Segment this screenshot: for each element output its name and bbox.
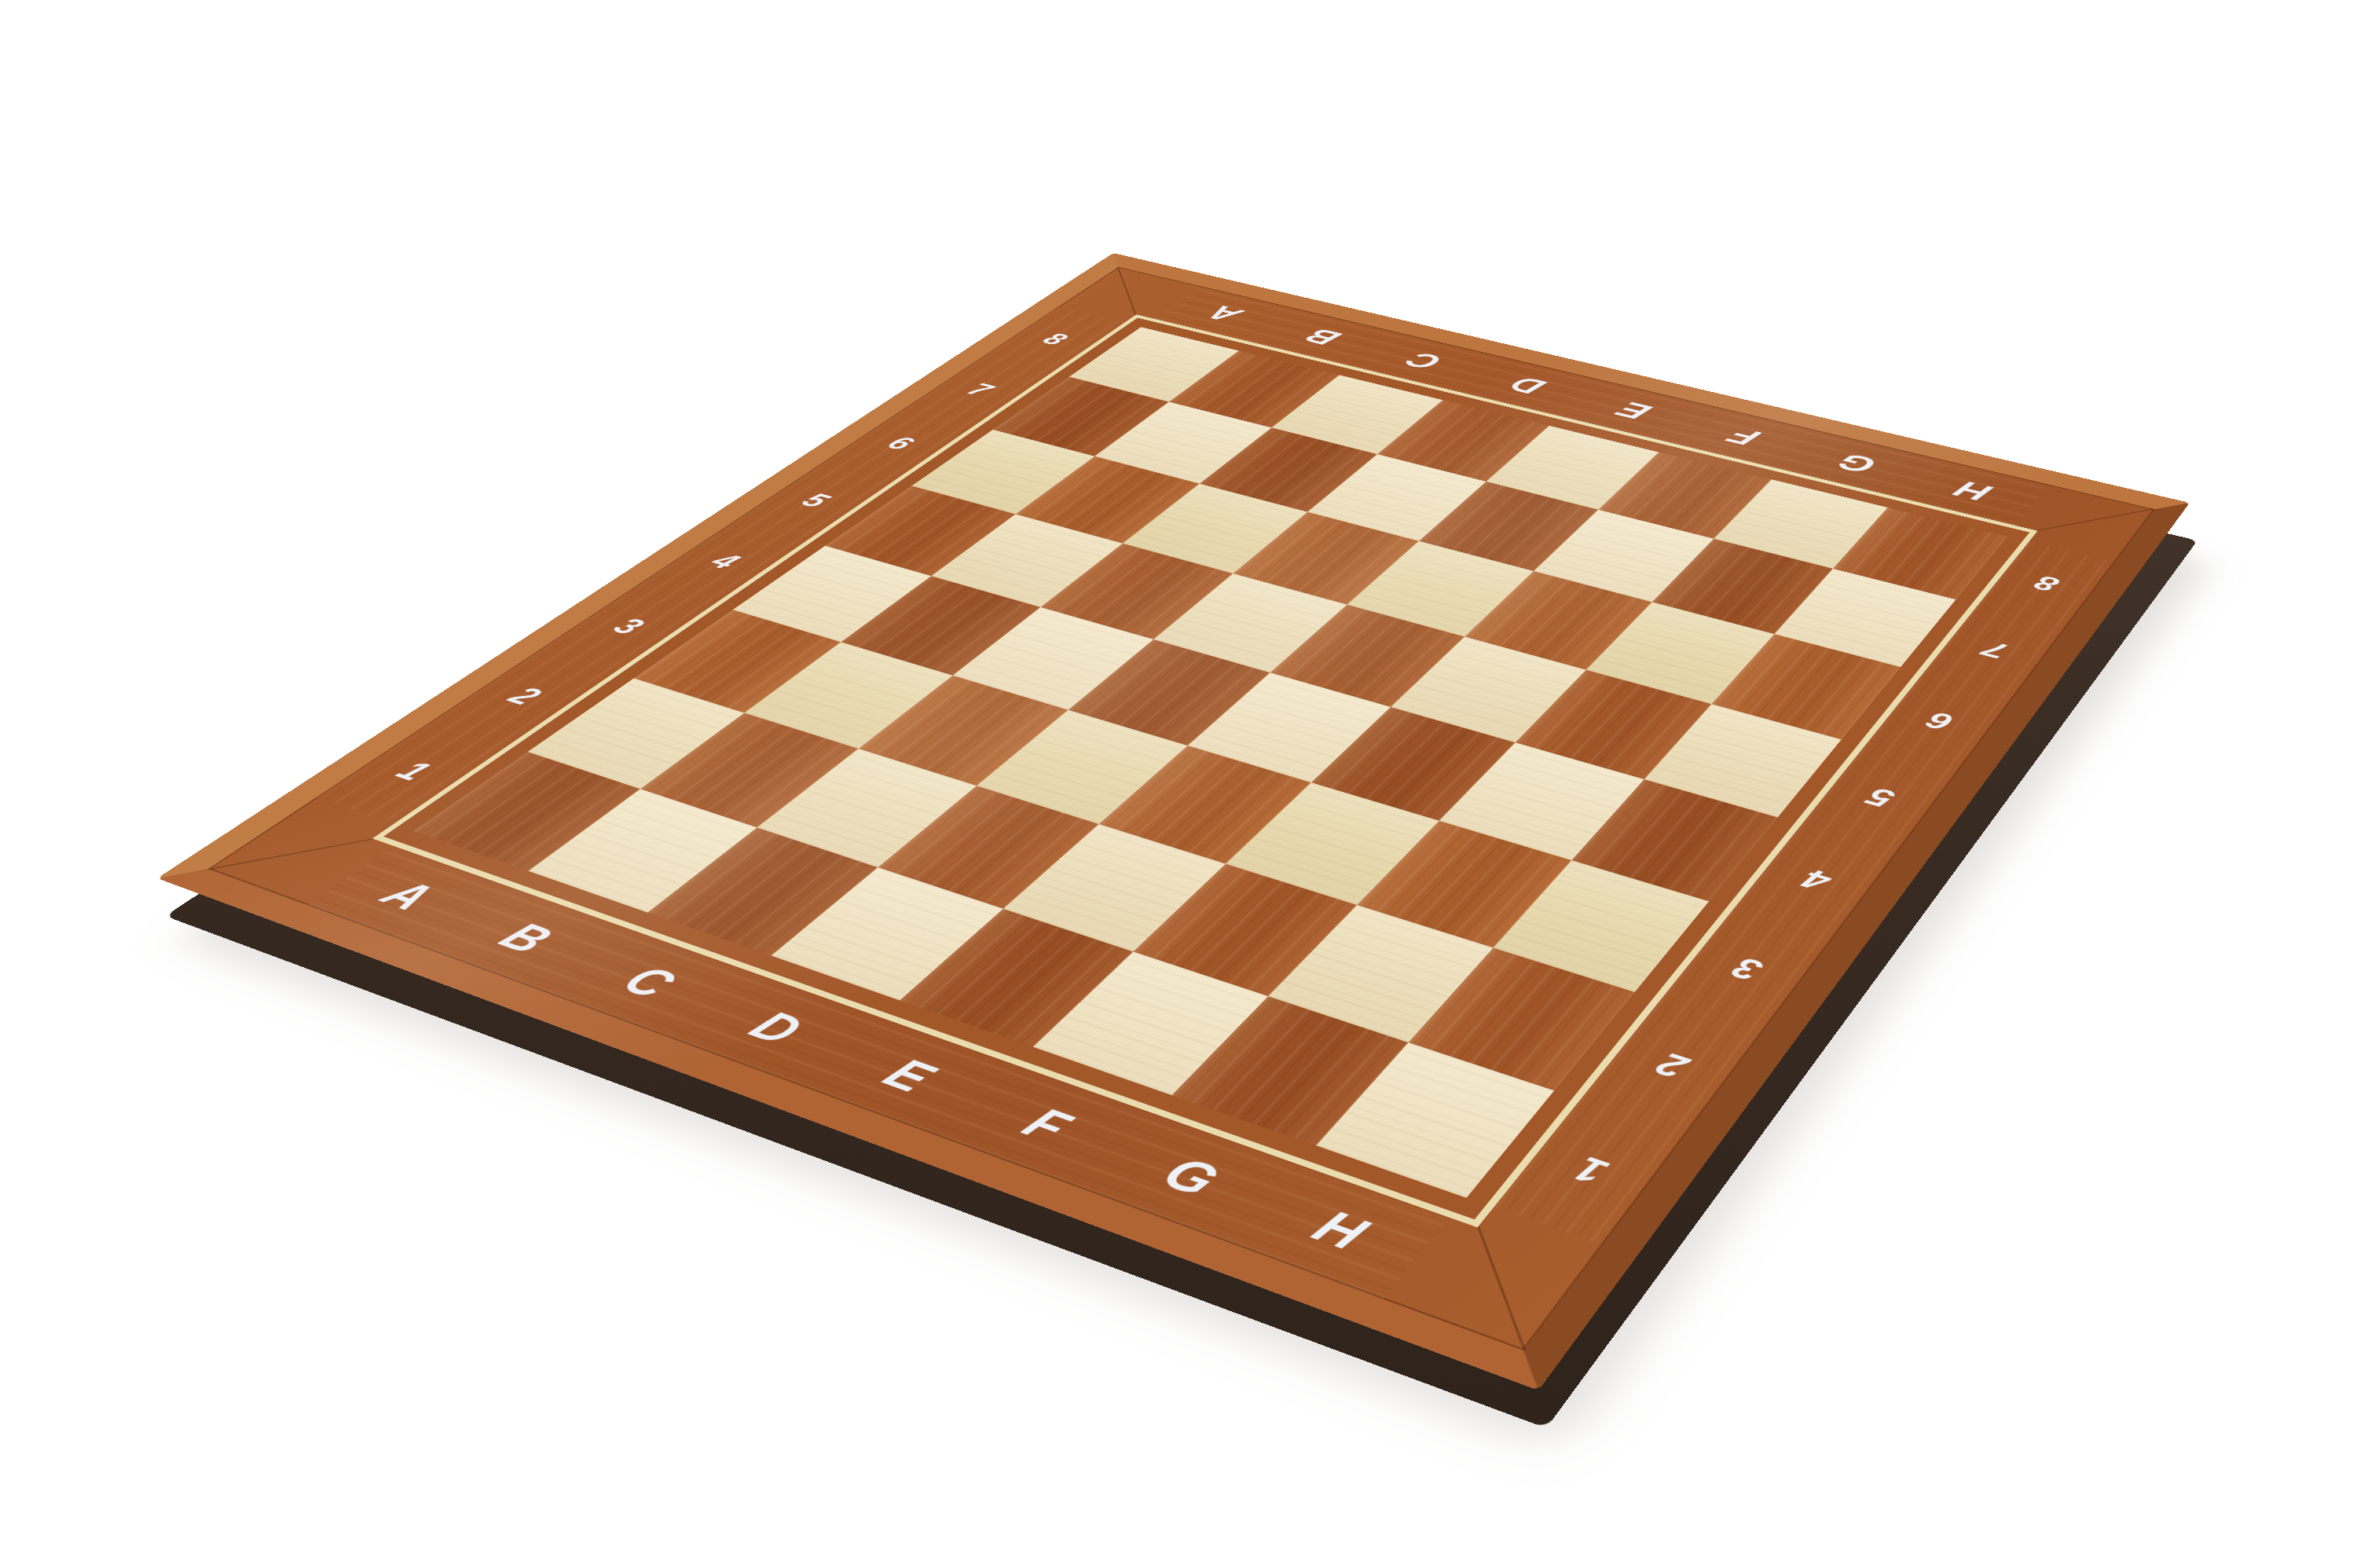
product-photo-scene: ABCDEFGH ABCDEFGH 87654321 87654321 <box>0 0 2357 1568</box>
chess-board: ABCDEFGH ABCDEFGH 87654321 87654321 <box>157 253 2190 1390</box>
